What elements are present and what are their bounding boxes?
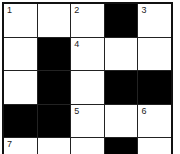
crossword-cell-r2c5[interactable] — [138, 38, 171, 71]
crossword-cell-r5c2[interactable] — [38, 138, 71, 154]
crossword-cell-r1c1[interactable]: 1 — [4, 4, 37, 37]
crossword-cell-r3c1[interactable] — [4, 71, 37, 104]
crossword-cell-r5c4 — [105, 138, 138, 154]
crossword-cell-r3c3[interactable] — [71, 71, 104, 104]
crossword-cell-r2c3[interactable]: 4 — [71, 38, 104, 71]
clue-number-6: 6 — [141, 106, 146, 116]
crossword-cell-r5c3[interactable] — [71, 138, 104, 154]
crossword-cell-r4c1 — [4, 105, 37, 138]
crossword-cell-r4c5[interactable]: 6 — [138, 105, 171, 138]
crossword-cell-r5c1[interactable]: 7 — [4, 138, 37, 154]
crossword-cell-r1c2[interactable] — [38, 4, 71, 37]
crossword-cell-r3c5 — [138, 71, 171, 104]
crossword-cell-r1c5[interactable]: 3 — [138, 4, 171, 37]
crossword-cell-r3c4 — [105, 71, 138, 104]
crossword-cell-r5c5[interactable] — [138, 138, 171, 154]
crossword-cell-r2c2 — [38, 38, 71, 71]
crossword-cell-r2c1[interactable] — [4, 38, 37, 71]
crossword-cell-r3c2 — [38, 71, 71, 104]
crossword-cell-r4c3[interactable]: 5 — [71, 105, 104, 138]
crossword-cell-r1c4 — [105, 4, 138, 37]
crossword-cell-r2c4[interactable] — [105, 38, 138, 71]
clue-number-1: 1 — [7, 5, 12, 15]
crossword-cell-r4c4[interactable] — [105, 105, 138, 138]
crossword-cell-r4c2 — [38, 105, 71, 138]
clue-number-4: 4 — [74, 39, 79, 49]
crossword-cell-r1c3[interactable]: 2 — [71, 4, 104, 37]
clue-number-3: 3 — [141, 5, 146, 15]
crossword-grid: 1234567 — [2, 2, 173, 154]
clue-number-2: 2 — [74, 5, 79, 15]
crossword-screenshot: 1234567 — [0, 0, 180, 154]
clue-number-7: 7 — [7, 139, 12, 149]
clue-number-5: 5 — [74, 106, 79, 116]
